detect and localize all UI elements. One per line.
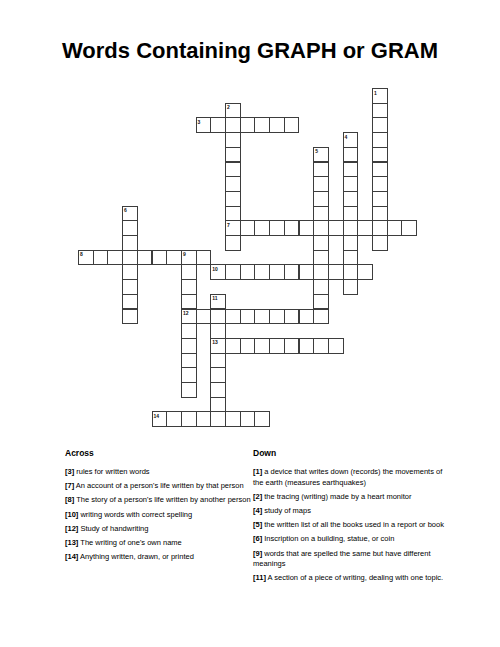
grid-cell[interactable] [313,162,329,178]
clue-number-label: [10] [65,510,78,519]
grid-cell[interactable] [254,220,270,236]
clue-down-9: [9] words that are spelled the same but … [253,549,449,570]
grid-cell[interactable] [313,176,329,192]
grid-cell[interactable] [225,338,241,354]
grid-cell[interactable] [269,309,285,325]
grid-cell[interactable] [372,117,388,133]
grid-cell[interactable] [122,279,138,295]
grid-cell[interactable] [225,117,241,133]
grid-cell[interactable] [122,294,138,310]
clue-text: An account of a person's life written by… [76,481,244,490]
grid-cell[interactable] [181,279,197,295]
clue-number: 6 [124,207,127,213]
clue-across-8: [8] The story of a person's life written… [65,495,251,506]
clue-text: study of maps [264,506,311,515]
clue-number-label: [9] [253,549,262,558]
grid-cell[interactable] [372,147,388,163]
grid-cell[interactable] [343,264,359,280]
grid-cell[interactable] [313,220,329,236]
grid-cell[interactable] [313,294,329,310]
grid-cell[interactable] [225,191,241,207]
clue-number: 7 [227,222,230,228]
grid-cell[interactable] [328,220,344,236]
clue-text: Study of handwriting [80,524,148,533]
grid-cell[interactable] [269,264,285,280]
grid-cell[interactable]: 12 [181,309,197,325]
grid-cell[interactable] [284,309,300,325]
grid-cell[interactable] [210,323,226,339]
grid-cell[interactable] [166,411,182,427]
grid-cell[interactable] [225,162,241,178]
clue-number-label: [3] [65,467,74,476]
clue-number: 9 [183,251,186,257]
grid-cell[interactable] [343,176,359,192]
clue-number-label: [1] [253,467,262,476]
grid-cell[interactable] [357,220,373,236]
grid-cell[interactable] [181,323,197,339]
grid-cell[interactable] [299,338,315,354]
grid-cell[interactable] [372,103,388,119]
clue-number: 11 [212,295,217,301]
grid-cell[interactable] [254,117,270,133]
grid-cell[interactable] [181,411,197,427]
grid-cell[interactable] [372,132,388,148]
grid-cell[interactable] [196,250,212,266]
down-header: Down [253,448,449,458]
clue-text: words that are spelled the same but have… [253,549,430,569]
grid-cell[interactable] [372,176,388,192]
grid-cell[interactable] [328,338,344,354]
clue-number-label: [12] [65,524,78,533]
grid-cell[interactable] [284,338,300,354]
across-clues-section: Across [3] rules for written words [7] A… [65,448,251,566]
grid-cell[interactable] [343,191,359,207]
grid-cell[interactable] [210,117,226,133]
clue-across-10: [10] writing words with correct spelling [65,510,251,521]
grid-cell[interactable]: 5 [313,147,329,163]
grid-cell[interactable] [210,353,226,369]
grid-cell[interactable] [313,309,329,325]
grid-cell[interactable] [284,220,300,236]
grid-cell[interactable] [122,250,138,266]
clue-number-label: [14] [65,552,78,561]
grid-cell[interactable] [196,411,212,427]
grid-cell[interactable]: 8 [78,250,94,266]
grid-cell[interactable] [122,220,138,236]
grid-cell[interactable] [93,250,109,266]
grid-cell[interactable] [299,264,315,280]
grid-cell[interactable]: 4 [343,132,359,148]
clue-number: 4 [345,134,348,140]
grid-cell[interactable] [210,397,226,413]
clue-text: The story of a person's life written by … [76,495,250,504]
grid-cell[interactable] [343,250,359,266]
grid-cell[interactable]: 1 [372,88,388,104]
grid-cell[interactable]: 3 [196,117,212,133]
grid-cell[interactable] [284,264,300,280]
clue-text: writing words with correct spelling [80,510,192,519]
grid-cell[interactable] [181,382,197,398]
grid-cell[interactable] [107,250,123,266]
grid-cell[interactable] [181,338,197,354]
clue-number: 12 [183,310,189,316]
clue-across-13: [13] The writing of one's own name [65,538,251,549]
grid-cell[interactable] [122,264,138,280]
grid-cell[interactable] [210,411,226,427]
grid-cell[interactable] [372,162,388,178]
clue-down-11: [11] A section of a piece of writing, de… [253,573,449,584]
clue-number: 8 [80,251,83,257]
grid-cell[interactable] [313,191,329,207]
grid-cell[interactable] [240,220,256,236]
grid-cell[interactable] [284,117,300,133]
clue-across-12: [12] Study of handwriting [65,524,251,535]
clue-across-7: [7] An account of a person's life writte… [65,481,251,492]
clue-number: 14 [154,413,160,419]
grid-cell[interactable] [269,338,285,354]
grid-cell[interactable]: 9 [181,250,197,266]
down-clues-section: Down [1] a device that writes down (reco… [253,448,449,588]
grid-cell[interactable] [210,309,226,325]
grid-cell[interactable] [240,117,256,133]
grid-cell[interactable] [328,264,344,280]
grid-cell[interactable] [225,206,241,222]
clue-across-3: [3] rules for written words [65,467,251,478]
grid-cell[interactable]: 10 [210,264,226,280]
grid-cell[interactable] [372,206,388,222]
grid-cell[interactable] [181,353,197,369]
grid-cell[interactable] [254,264,270,280]
clue-text: Anything written, drawn, or printed [80,552,194,561]
grid-cell[interactable] [387,220,403,236]
grid-cell[interactable] [343,147,359,163]
clue-text: a device that writes down (records) the … [253,467,442,487]
clue-number-label: [2] [253,492,262,501]
grid-cell[interactable] [225,147,241,163]
clue-number-label: [11] [253,573,266,582]
grid-cell[interactable] [210,382,226,398]
clue-down-6: [6] Inscription on a building, statue, o… [253,534,449,545]
clue-text: rules for written words [76,467,149,476]
clue-down-2: [2] the tracing (writing) made by a hear… [253,492,449,503]
grid-cell[interactable] [372,235,388,251]
clue-text: the tracing (writing) made by a heart mo… [264,492,411,501]
clue-number: 1 [374,90,377,96]
clue-number: 13 [212,339,218,345]
clue-number-label: [13] [65,538,78,547]
grid-cell[interactable] [357,264,373,280]
across-header: Across [65,448,251,458]
crossword-grid: 1273456891210111314 [78,88,418,428]
grid-cell[interactable] [269,117,285,133]
clue-number: 3 [198,119,201,125]
grid-cell[interactable] [210,367,226,383]
grid-cell[interactable] [343,162,359,178]
grid-cell[interactable] [166,250,182,266]
clue-number: 2 [227,104,230,110]
grid-cell[interactable]: 14 [152,411,168,427]
grid-cell[interactable] [313,250,329,266]
clue-text: the written list of all the books used i… [264,520,444,529]
grid-cell[interactable] [225,132,241,148]
grid-cell[interactable] [152,250,168,266]
grid-cell[interactable] [254,411,270,427]
grid-cell[interactable] [137,250,153,266]
grid-cell[interactable] [181,264,197,280]
grid-cell[interactable] [313,206,329,222]
grid-cell[interactable] [240,264,256,280]
clue-down-4: [4] study of maps [253,506,449,517]
grid-cell[interactable] [225,264,241,280]
grid-cell[interactable] [401,220,417,236]
grid-cell[interactable] [313,279,329,295]
clue-text: The writing of one's own name [80,538,181,547]
grid-cell[interactable] [254,338,270,354]
grid-cell[interactable] [313,264,329,280]
clue-number: 5 [315,148,318,154]
grid-cell[interactable]: 6 [122,206,138,222]
puzzle-page: Words Containing GRAPH or GRAM 127345689… [0,0,500,647]
grid-cell[interactable]: 11 [210,294,226,310]
clue-across-14: [14] Anything written, drawn, or printed [65,552,251,563]
grid-cell[interactable] [181,367,197,383]
clue-number-label: [4] [253,506,262,515]
grid-cell[interactable] [313,338,329,354]
clue-number-label: [5] [253,520,262,529]
grid-cell[interactable]: 13 [210,338,226,354]
grid-cell[interactable] [343,279,359,295]
grid-cell[interactable] [240,338,256,354]
grid-cell[interactable] [240,309,256,325]
grid-cell[interactable] [225,235,241,251]
clue-down-1: [1] a device that writes down (records) … [253,467,449,488]
grid-cell[interactable] [343,220,359,236]
grid-cell[interactable] [122,309,138,325]
grid-cell[interactable] [181,294,197,310]
grid-cell[interactable] [225,309,241,325]
grid-cell[interactable]: 2 [225,103,241,119]
grid-cell[interactable] [122,235,138,251]
grid-cell[interactable] [240,411,256,427]
clue-text: Inscription on a building, statue, or co… [264,534,394,543]
grid-cell[interactable] [225,176,241,192]
clue-number-label: [7] [65,481,74,490]
grid-cell[interactable] [196,309,212,325]
grid-cell[interactable] [299,309,315,325]
clue-text: A section of a piece of writing, dealing… [268,573,444,582]
grid-cell[interactable] [372,220,388,236]
grid-cell[interactable] [225,411,241,427]
grid-cell[interactable] [343,235,359,251]
grid-cell[interactable] [343,206,359,222]
puzzle-title: Words Containing GRAPH or GRAM [0,38,500,64]
grid-cell[interactable] [299,220,315,236]
grid-cell[interactable] [269,220,285,236]
clue-number-label: [6] [253,534,262,543]
grid-cell[interactable] [254,309,270,325]
grid-cell[interactable] [372,191,388,207]
grid-cell[interactable] [313,235,329,251]
clue-number: 10 [212,266,218,272]
grid-cell[interactable]: 7 [225,220,241,236]
clue-down-5: [5] the written list of all the books us… [253,520,449,531]
clue-number-label: [8] [65,495,74,504]
